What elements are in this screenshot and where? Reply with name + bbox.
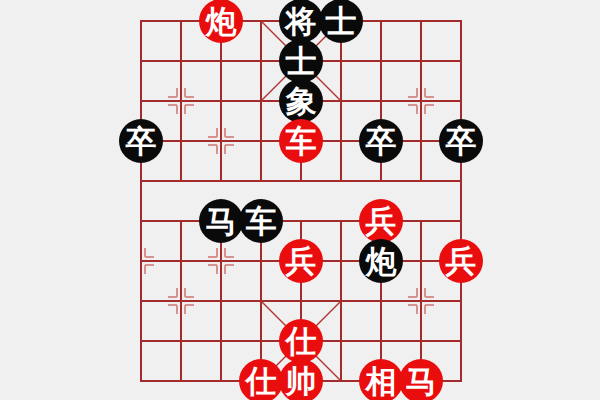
piece-red-advisor[interactable]: 仕 xyxy=(239,359,283,400)
piece-black-chariot[interactable]: 车 xyxy=(239,199,283,243)
piece-red-soldier[interactable]: 兵 xyxy=(439,239,483,283)
piece-black-soldier[interactable]: 卒 xyxy=(359,119,403,163)
piece-red-horse[interactable]: 马 xyxy=(399,359,443,400)
piece-red-soldier[interactable]: 兵 xyxy=(359,199,403,243)
piece-black-cannon[interactable]: 炮 xyxy=(359,239,403,283)
piece-black-advisor[interactable]: 士 xyxy=(319,0,363,43)
piece-red-soldier[interactable]: 兵 xyxy=(279,239,323,283)
piece-black-soldier[interactable]: 卒 xyxy=(119,119,163,163)
piece-red-elephant[interactable]: 相 xyxy=(359,359,403,400)
piece-black-horse[interactable]: 马 xyxy=(199,199,243,243)
piece-black-general[interactable]: 将 xyxy=(279,0,323,43)
board-grid: 炮将士士象卒车卒卒马车兵兵炮兵仕仕帅相马 xyxy=(121,1,481,400)
xiangqi-board: 炮将士士象卒车卒卒马车兵兵炮兵仕仕帅相马 xyxy=(0,0,600,400)
piece-red-advisor[interactable]: 仕 xyxy=(279,319,323,363)
piece-red-cannon[interactable]: 炮 xyxy=(199,0,243,43)
piece-black-advisor[interactable]: 士 xyxy=(279,39,323,83)
piece-red-general[interactable]: 帅 xyxy=(279,359,323,400)
piece-black-soldier[interactable]: 卒 xyxy=(439,119,483,163)
piece-red-chariot[interactable]: 车 xyxy=(279,119,323,163)
piece-black-elephant[interactable]: 象 xyxy=(279,79,323,123)
